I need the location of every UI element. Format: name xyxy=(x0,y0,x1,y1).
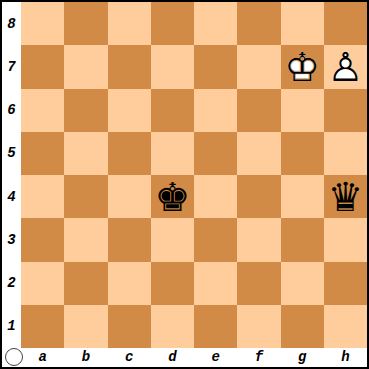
piece-black-king[interactable]: ♚ xyxy=(151,175,194,218)
square-g8[interactable] xyxy=(281,2,324,45)
square-h8[interactable] xyxy=(324,2,367,45)
square-b3[interactable] xyxy=(64,218,107,261)
rank-labels: 87654321 xyxy=(2,2,21,348)
square-c4[interactable] xyxy=(108,175,151,218)
square-a8[interactable] xyxy=(21,2,64,45)
file-label-e: e xyxy=(194,348,237,367)
file-label-d: d xyxy=(151,348,194,367)
piece-black-queen[interactable]: ♛ xyxy=(324,175,367,218)
square-f3[interactable] xyxy=(237,218,280,261)
square-b4[interactable] xyxy=(64,175,107,218)
square-d7[interactable] xyxy=(151,45,194,88)
rank-label-3: 3 xyxy=(2,218,21,261)
square-c8[interactable] xyxy=(108,2,151,45)
square-a4[interactable] xyxy=(21,175,64,218)
square-g5[interactable] xyxy=(281,132,324,175)
square-b5[interactable] xyxy=(64,132,107,175)
square-f1[interactable] xyxy=(237,305,280,348)
rank-label-2: 2 xyxy=(2,262,21,305)
square-a2[interactable] xyxy=(21,262,64,305)
file-label-g: g xyxy=(281,348,324,367)
rank-label-6: 6 xyxy=(2,89,21,132)
square-b1[interactable] xyxy=(64,305,107,348)
square-e5[interactable] xyxy=(194,132,237,175)
file-label-c: c xyxy=(108,348,151,367)
square-e3[interactable] xyxy=(194,218,237,261)
square-g2[interactable] xyxy=(281,262,324,305)
square-e2[interactable] xyxy=(194,262,237,305)
square-c6[interactable] xyxy=(108,89,151,132)
square-g6[interactable] xyxy=(281,89,324,132)
file-label-a: a xyxy=(21,348,64,367)
rank-label-1: 1 xyxy=(2,305,21,348)
square-e8[interactable] xyxy=(194,2,237,45)
square-e4[interactable] xyxy=(194,175,237,218)
white-to-move-indicator-icon xyxy=(5,348,23,366)
white-king-icon: ♔ xyxy=(284,47,320,87)
board: ♚♔♟♙♚♛ xyxy=(21,2,367,348)
square-d5[interactable] xyxy=(151,132,194,175)
square-d4[interactable]: ♚ xyxy=(151,175,194,218)
rank-label-5: 5 xyxy=(2,132,21,175)
square-b8[interactable] xyxy=(64,2,107,45)
square-f7[interactable] xyxy=(237,45,280,88)
square-a5[interactable] xyxy=(21,132,64,175)
square-f6[interactable] xyxy=(237,89,280,132)
square-h7[interactable]: ♟♙ xyxy=(324,45,367,88)
board-frame: 87654321 ♚♔♟♙♚♛ abcdefgh xyxy=(0,0,369,369)
rank-label-8: 8 xyxy=(2,2,21,45)
file-label-h: h xyxy=(324,348,367,367)
black-queen-icon: ♛ xyxy=(327,177,363,217)
white-pawn-icon: ♙ xyxy=(327,47,363,87)
file-label-b: b xyxy=(64,348,107,367)
square-c2[interactable] xyxy=(108,262,151,305)
square-b7[interactable] xyxy=(64,45,107,88)
rank-label-4: 4 xyxy=(2,175,21,218)
square-c5[interactable] xyxy=(108,132,151,175)
square-h3[interactable] xyxy=(324,218,367,261)
square-a7[interactable] xyxy=(21,45,64,88)
side-to-move-corner xyxy=(2,348,21,367)
square-e6[interactable] xyxy=(194,89,237,132)
square-a6[interactable] xyxy=(21,89,64,132)
square-g3[interactable] xyxy=(281,218,324,261)
square-c3[interactable] xyxy=(108,218,151,261)
square-b2[interactable] xyxy=(64,262,107,305)
square-d2[interactable] xyxy=(151,262,194,305)
black-king-icon: ♚ xyxy=(154,177,190,217)
piece-white-king[interactable]: ♚♔ xyxy=(281,45,324,88)
file-labels: abcdefgh xyxy=(21,348,367,367)
square-f8[interactable] xyxy=(237,2,280,45)
square-h1[interactable] xyxy=(324,305,367,348)
square-h6[interactable] xyxy=(324,89,367,132)
square-e7[interactable] xyxy=(194,45,237,88)
square-c7[interactable] xyxy=(108,45,151,88)
square-d3[interactable] xyxy=(151,218,194,261)
square-f5[interactable] xyxy=(237,132,280,175)
square-a3[interactable] xyxy=(21,218,64,261)
square-a1[interactable] xyxy=(21,305,64,348)
square-h5[interactable] xyxy=(324,132,367,175)
square-b6[interactable] xyxy=(64,89,107,132)
file-label-f: f xyxy=(237,348,280,367)
square-h4[interactable]: ♛ xyxy=(324,175,367,218)
square-d1[interactable] xyxy=(151,305,194,348)
square-g4[interactable] xyxy=(281,175,324,218)
square-g7[interactable]: ♚♔ xyxy=(281,45,324,88)
square-h2[interactable] xyxy=(324,262,367,305)
square-d8[interactable] xyxy=(151,2,194,45)
square-g1[interactable] xyxy=(281,305,324,348)
square-e1[interactable] xyxy=(194,305,237,348)
rank-label-7: 7 xyxy=(2,45,21,88)
square-f2[interactable] xyxy=(237,262,280,305)
square-f4[interactable] xyxy=(237,175,280,218)
square-d6[interactable] xyxy=(151,89,194,132)
piece-white-pawn[interactable]: ♟♙ xyxy=(324,45,367,88)
square-c1[interactable] xyxy=(108,305,151,348)
